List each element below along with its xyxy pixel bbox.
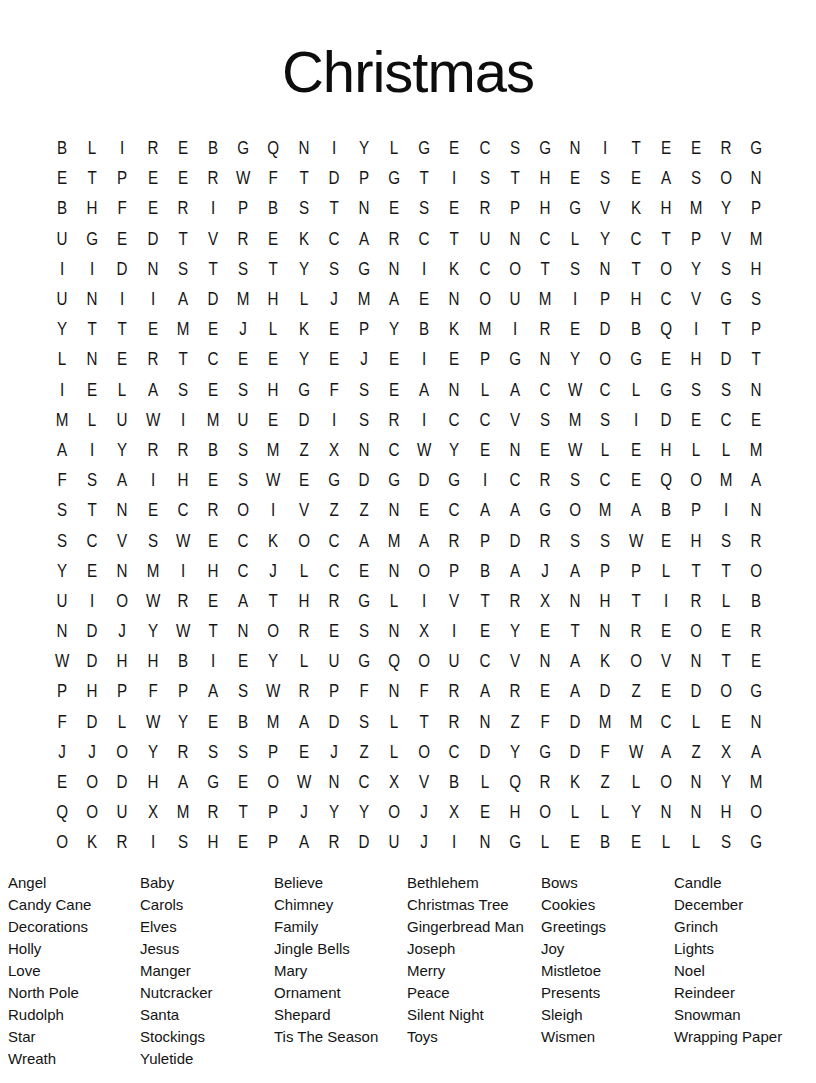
grid-cell: X xyxy=(322,435,346,465)
grid-cell: M xyxy=(714,465,738,495)
grid-cell: F xyxy=(593,737,617,767)
grid-cell: T xyxy=(714,646,738,676)
grid-cell: C xyxy=(503,465,527,495)
grid-cell: V xyxy=(714,224,738,254)
grid-cell: N xyxy=(442,375,466,405)
grid-cell: D xyxy=(473,737,497,767)
word-list-column: BabyCarolsElvesJesusMangerNutcrackerSant… xyxy=(140,872,274,1070)
grid-cell: S xyxy=(352,707,376,737)
grid-cell: C xyxy=(322,556,346,586)
grid-cell: R xyxy=(201,495,225,525)
grid-cell: D xyxy=(412,465,436,495)
grid-cell: Y xyxy=(261,646,285,676)
grid-cell: J xyxy=(352,344,376,374)
grid-cell: S xyxy=(563,254,587,284)
grid-cell: I xyxy=(412,586,436,616)
grid-cell: L xyxy=(684,827,708,857)
grid-cell: E xyxy=(201,525,225,555)
grid-cell: T xyxy=(201,616,225,646)
grid-cell: E xyxy=(261,405,285,435)
grid-cell: B xyxy=(412,314,436,344)
word-item: Rudolph xyxy=(8,1004,140,1026)
grid-cell: C xyxy=(624,224,648,254)
grid-cell: H xyxy=(744,254,768,284)
grid-cell: R xyxy=(714,133,738,163)
puzzle-title: Christmas xyxy=(0,38,816,105)
grid-cell: S xyxy=(503,133,527,163)
grid-cell: P xyxy=(261,797,285,827)
grid-cell: O xyxy=(80,797,104,827)
grid-cell: A xyxy=(473,676,497,706)
grid-cell: Y xyxy=(624,797,648,827)
grid-cell: D xyxy=(292,405,316,435)
grid-cell: O xyxy=(80,767,104,797)
grid-cell: N xyxy=(593,254,617,284)
grid-cell: N xyxy=(80,344,104,374)
grid-cell: A xyxy=(292,707,316,737)
grid-cell: B xyxy=(201,133,225,163)
word-item: Tis The Season xyxy=(274,1026,407,1048)
grid-cell: C xyxy=(473,646,497,676)
grid-cell: U xyxy=(231,405,255,435)
grid-cell: Y xyxy=(292,344,316,374)
grid-cell: P xyxy=(624,556,648,586)
grid-cell: I xyxy=(593,133,617,163)
grid-cell: G xyxy=(563,193,587,223)
grid-cell: K xyxy=(292,224,316,254)
grid-cell: U xyxy=(473,224,497,254)
grid-cell: E xyxy=(231,344,255,374)
grid-cell: H xyxy=(684,525,708,555)
grid-cell: L xyxy=(80,133,104,163)
grid-cell: G xyxy=(201,767,225,797)
grid-cell: L xyxy=(292,646,316,676)
grid-cell: D xyxy=(684,676,708,706)
grid-cell: Z xyxy=(503,707,527,737)
grid-cell: D xyxy=(80,646,104,676)
grid-cell: O xyxy=(473,284,497,314)
grid-cell: X xyxy=(442,797,466,827)
grid-cell: S xyxy=(80,465,104,495)
grid-cell: N xyxy=(141,254,165,284)
grid-cell: C xyxy=(352,767,376,797)
grid-cell: Q xyxy=(654,314,678,344)
grid-cell: P xyxy=(261,827,285,857)
grid-cell: N xyxy=(473,827,497,857)
grid-cell: L xyxy=(292,284,316,314)
grid-cell: V xyxy=(503,405,527,435)
grid-cell: V xyxy=(412,767,436,797)
grid-cell: S xyxy=(231,465,255,495)
grid-cell: G xyxy=(231,133,255,163)
grid-cell: N xyxy=(231,616,255,646)
word-item: Love xyxy=(8,960,140,982)
grid-cell: M xyxy=(352,284,376,314)
grid-cell: D xyxy=(80,616,104,646)
grid-cell: L xyxy=(473,767,497,797)
grid-cell: I xyxy=(80,586,104,616)
grid-cell: A xyxy=(412,375,436,405)
grid-cell: N xyxy=(352,193,376,223)
grid-cell: R xyxy=(292,676,316,706)
grid-cell: N xyxy=(382,556,406,586)
grid-cell: V xyxy=(201,224,225,254)
word-item: Ornament xyxy=(274,982,407,1004)
grid-cell: A xyxy=(473,495,497,525)
grid-cell: C xyxy=(593,375,617,405)
grid-cell: A xyxy=(503,375,527,405)
grid-cell: R xyxy=(292,616,316,646)
grid-cell: E xyxy=(744,405,768,435)
grid-cell: H xyxy=(292,586,316,616)
grid-cell: T xyxy=(80,163,104,193)
grid-cell: T xyxy=(171,224,195,254)
grid-cell: M xyxy=(171,797,195,827)
grid-cell: W xyxy=(563,435,587,465)
grid-cell: E xyxy=(141,495,165,525)
grid-cell: H xyxy=(171,465,195,495)
grid-cell: Y xyxy=(714,193,738,223)
grid-cell: L xyxy=(473,375,497,405)
grid-cell: L xyxy=(684,435,708,465)
grid-cell: L xyxy=(533,827,557,857)
grid-cell: V xyxy=(684,284,708,314)
grid-cell: O xyxy=(231,495,255,525)
grid-cell: T xyxy=(201,254,225,284)
grid-cell: I xyxy=(412,254,436,284)
word-item: Star xyxy=(8,1026,140,1048)
grid-cell: O xyxy=(412,737,436,767)
grid-cell: P xyxy=(231,193,255,223)
grid-cell: O xyxy=(714,676,738,706)
grid-cell: L xyxy=(382,707,406,737)
grid-cell: E xyxy=(473,616,497,646)
grid-cell: N xyxy=(110,556,134,586)
grid-cell: A xyxy=(171,767,195,797)
grid-cell: P xyxy=(744,314,768,344)
grid-cell: C xyxy=(473,405,497,435)
grid-cell: X xyxy=(533,586,557,616)
grid-cell: A xyxy=(352,224,376,254)
grid-cell: C xyxy=(322,224,346,254)
grid-cell: P xyxy=(352,314,376,344)
grid-cell: D xyxy=(352,465,376,495)
grid-cell: K xyxy=(624,193,648,223)
grid-cell: I xyxy=(50,375,74,405)
grid-cell: I xyxy=(442,827,466,857)
word-list-column: BelieveChimneyFamilyJingle BellsMaryOrna… xyxy=(274,872,407,1048)
grid-cell: O xyxy=(533,797,557,827)
grid-cell: T xyxy=(654,224,678,254)
grid-cell: S xyxy=(714,254,738,284)
grid-cell: O xyxy=(684,616,708,646)
grid-cell: L xyxy=(624,767,648,797)
grid-cell: W xyxy=(624,737,648,767)
grid-cell: F xyxy=(352,676,376,706)
grid-cell: E xyxy=(624,163,648,193)
grid-cell: A xyxy=(412,525,436,555)
grid-cell: W xyxy=(141,405,165,435)
grid-cell: O xyxy=(412,556,436,586)
grid-cell: V xyxy=(292,495,316,525)
grid-cell: E xyxy=(533,676,557,706)
grid-cell: E xyxy=(624,827,648,857)
grid-cell: C xyxy=(654,707,678,737)
grid-cell: I xyxy=(654,586,678,616)
grid-cell: A xyxy=(563,646,587,676)
grid-cell: W xyxy=(261,465,285,495)
grid-cell: R xyxy=(231,224,255,254)
grid-cell: P xyxy=(473,525,497,555)
grid-cell: W xyxy=(624,525,648,555)
grid-cell: I xyxy=(442,163,466,193)
grid-cell: Z xyxy=(593,767,617,797)
grid-cell: Y xyxy=(141,737,165,767)
grid-cell: G xyxy=(744,133,768,163)
word-item: North Pole xyxy=(8,982,140,1004)
grid-cell: E xyxy=(231,767,255,797)
grid-cell: S xyxy=(473,163,497,193)
word-item: Wismen xyxy=(541,1026,674,1048)
grid-cell: E xyxy=(744,646,768,676)
grid-cell: Y xyxy=(110,435,134,465)
grid-cell: R xyxy=(201,163,225,193)
grid-cell: S xyxy=(533,405,557,435)
grid-cell: M xyxy=(744,224,768,254)
grid-cell: S xyxy=(171,827,195,857)
grid-cell: E xyxy=(654,525,678,555)
grid-cell: C xyxy=(382,435,406,465)
grid-cell: M xyxy=(744,435,768,465)
grid-cell: S xyxy=(352,375,376,405)
grid-cell: S xyxy=(714,525,738,555)
grid-cell: C xyxy=(412,224,436,254)
grid-cell: E xyxy=(322,616,346,646)
grid-cell: O xyxy=(110,737,134,767)
grid-cell: I xyxy=(442,616,466,646)
grid-cell: U xyxy=(442,646,466,676)
grid-cell: T xyxy=(80,495,104,525)
grid-cell: B xyxy=(201,435,225,465)
grid-cell: L xyxy=(593,435,617,465)
grid-cell: S xyxy=(231,254,255,284)
grid-cell: E xyxy=(231,646,255,676)
grid-cell: E xyxy=(261,224,285,254)
grid-cell: U xyxy=(50,224,74,254)
letter-grid: BLIREBGQNIYLGECSGNITEERGETPEERWFTDPGTIST… xyxy=(47,133,772,858)
grid-cell: I xyxy=(141,465,165,495)
grid-cell: H xyxy=(714,797,738,827)
grid-cell: E xyxy=(654,133,678,163)
grid-cell: N xyxy=(563,586,587,616)
grid-cell: C xyxy=(593,465,617,495)
word-item: Stockings xyxy=(140,1026,274,1048)
grid-cell: N xyxy=(744,163,768,193)
grid-cell: P xyxy=(442,556,466,586)
grid-cell: S xyxy=(563,525,587,555)
grid-cell: B xyxy=(261,193,285,223)
word-item: Jingle Bells xyxy=(274,938,407,960)
grid-cell: F xyxy=(110,193,134,223)
grid-cell: V xyxy=(654,646,678,676)
grid-cell: L xyxy=(714,586,738,616)
grid-cell: H xyxy=(684,344,708,374)
grid-cell: I xyxy=(503,314,527,344)
grid-cell: V xyxy=(110,525,134,555)
grid-cell: T xyxy=(261,254,285,284)
grid-cell: S xyxy=(684,163,708,193)
grid-cell: E xyxy=(654,616,678,646)
grid-cell: Y xyxy=(292,254,316,284)
grid-cell: S xyxy=(593,525,617,555)
grid-cell: B xyxy=(654,495,678,525)
grid-cell: L xyxy=(382,133,406,163)
grid-cell: D xyxy=(80,707,104,737)
grid-cell: T xyxy=(714,314,738,344)
grid-cell: Y xyxy=(352,133,376,163)
grid-cell: P xyxy=(50,676,74,706)
grid-cell: W xyxy=(231,163,255,193)
word-item: Mary xyxy=(274,960,407,982)
grid-cell: O xyxy=(624,646,648,676)
word-item: Holly xyxy=(8,938,140,960)
grid-cell: A xyxy=(110,465,134,495)
word-item: Sleigh xyxy=(541,1004,674,1026)
grid-cell: E xyxy=(171,163,195,193)
grid-cell: Y xyxy=(382,314,406,344)
grid-cell: Y xyxy=(171,707,195,737)
grid-cell: A xyxy=(654,737,678,767)
grid-cell: U xyxy=(50,284,74,314)
grid-cell: E xyxy=(563,314,587,344)
grid-cell: P xyxy=(352,163,376,193)
grid-cell: C xyxy=(171,495,195,525)
grid-cell: E xyxy=(292,465,316,495)
grid-cell: I xyxy=(684,314,708,344)
grid-cell: E xyxy=(322,314,346,344)
grid-cell: A xyxy=(654,163,678,193)
grid-cell: S xyxy=(412,193,436,223)
word-item: Chimney xyxy=(274,894,407,916)
grid-cell: Z xyxy=(322,495,346,525)
grid-cell: J xyxy=(292,797,316,827)
grid-cell: T xyxy=(171,344,195,374)
grid-cell: X xyxy=(382,767,406,797)
grid-cell: O xyxy=(654,254,678,284)
grid-cell: R xyxy=(744,616,768,646)
grid-cell: A xyxy=(563,676,587,706)
word-item: Manger xyxy=(140,960,274,982)
grid-cell: C xyxy=(533,224,557,254)
grid-cell: Q xyxy=(261,133,285,163)
grid-cell: O xyxy=(744,797,768,827)
grid-cell: F xyxy=(141,676,165,706)
grid-cell: A xyxy=(563,556,587,586)
grid-cell: N xyxy=(442,284,466,314)
grid-cell: S xyxy=(201,737,225,767)
grid-cell: L xyxy=(563,797,587,827)
grid-cell: Z xyxy=(292,435,316,465)
grid-cell: E xyxy=(231,827,255,857)
grid-cell: D xyxy=(110,254,134,284)
grid-cell: N xyxy=(80,284,104,314)
grid-cell: T xyxy=(261,586,285,616)
grid-cell: J xyxy=(261,556,285,586)
word-item: Christmas Tree xyxy=(407,894,541,916)
grid-cell: K xyxy=(593,646,617,676)
grid-cell: J xyxy=(50,737,74,767)
grid-cell: E xyxy=(80,375,104,405)
grid-cell: T xyxy=(322,193,346,223)
grid-cell: L xyxy=(382,586,406,616)
grid-cell: J xyxy=(412,827,436,857)
grid-cell: E xyxy=(141,193,165,223)
grid-cell: E xyxy=(654,344,678,374)
word-item: Silent Night xyxy=(407,1004,541,1026)
grid-cell: E xyxy=(442,344,466,374)
grid-cell: G xyxy=(292,375,316,405)
grid-cell: O xyxy=(503,254,527,284)
grid-cell: E xyxy=(141,163,165,193)
grid-cell: J xyxy=(231,314,255,344)
grid-cell: P xyxy=(171,676,195,706)
grid-cell: V xyxy=(593,193,617,223)
grid-cell: R xyxy=(171,586,195,616)
grid-cell: T xyxy=(442,224,466,254)
grid-cell: I xyxy=(322,133,346,163)
grid-cell: G xyxy=(352,586,376,616)
grid-cell: T xyxy=(412,163,436,193)
word-item: Gingerbread Man xyxy=(407,916,541,938)
grid-cell: S xyxy=(292,193,316,223)
grid-cell: I xyxy=(412,344,436,374)
grid-cell: T xyxy=(714,556,738,586)
grid-cell: G xyxy=(352,254,376,284)
grid-cell: D xyxy=(563,707,587,737)
grid-cell: S xyxy=(714,827,738,857)
grid-cell: B xyxy=(50,193,74,223)
grid-cell: R xyxy=(533,314,557,344)
word-list: AngelCandy CaneDecorationsHollyLoveNorth… xyxy=(8,872,814,1070)
grid-cell: R xyxy=(533,525,557,555)
grid-cell: T xyxy=(624,133,648,163)
grid-cell: I xyxy=(171,405,195,435)
grid-cell: L xyxy=(714,435,738,465)
word-item: Decorations xyxy=(8,916,140,938)
grid-cell: R xyxy=(141,435,165,465)
word-list-column: CandleDecemberGrinchLightsNoelReindeerSn… xyxy=(674,872,814,1048)
grid-cell: P xyxy=(322,676,346,706)
grid-cell: E xyxy=(80,556,104,586)
grid-cell: C xyxy=(473,133,497,163)
grid-cell: S xyxy=(684,375,708,405)
grid-cell: S xyxy=(231,435,255,465)
grid-cell: L xyxy=(654,556,678,586)
grid-cell: N xyxy=(352,435,376,465)
grid-cell: D xyxy=(654,405,678,435)
grid-cell: A xyxy=(503,556,527,586)
grid-cell: H xyxy=(80,193,104,223)
grid-cell: D xyxy=(563,737,587,767)
word-item: Yuletide xyxy=(140,1048,274,1070)
grid-cell: N xyxy=(654,797,678,827)
grid-cell: L xyxy=(110,707,134,737)
grid-cell: M xyxy=(201,405,225,435)
grid-cell: F xyxy=(50,707,74,737)
grid-cell: S xyxy=(231,737,255,767)
grid-cell: S xyxy=(50,525,74,555)
grid-cell: P xyxy=(684,224,708,254)
